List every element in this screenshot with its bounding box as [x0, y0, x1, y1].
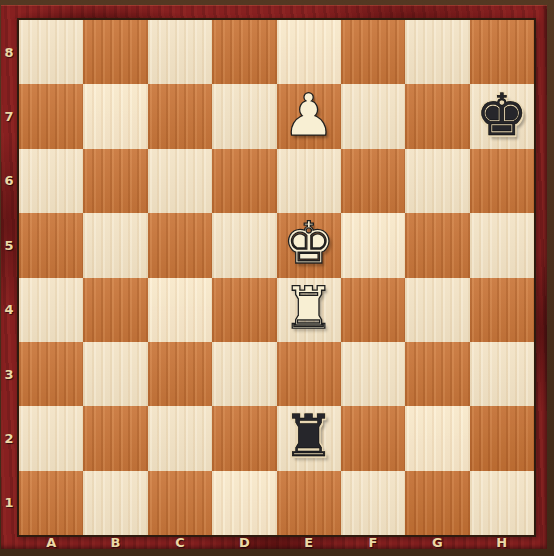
rank-label-7: 7: [1, 84, 17, 148]
square-e6[interactable]: [277, 149, 341, 213]
square-d4[interactable]: [212, 278, 276, 342]
square-d1[interactable]: [212, 471, 276, 535]
square-e8[interactable]: [277, 20, 341, 84]
rank-label-8: 8: [1, 20, 17, 84]
square-b8[interactable]: [83, 20, 147, 84]
file-label-f: F: [341, 537, 405, 549]
square-g2[interactable]: [405, 406, 469, 470]
square-g6[interactable]: [405, 149, 469, 213]
square-c5[interactable]: [148, 213, 212, 277]
black-rook[interactable]: ♜: [283, 407, 335, 465]
square-e3[interactable]: [277, 342, 341, 406]
square-f6[interactable]: [341, 149, 405, 213]
square-d5[interactable]: [212, 213, 276, 277]
square-c2[interactable]: [148, 406, 212, 470]
square-d8[interactable]: [212, 20, 276, 84]
rank-label-5: 5: [1, 213, 17, 277]
rank-label-4: 4: [1, 278, 17, 342]
square-d6[interactable]: [212, 149, 276, 213]
square-b4[interactable]: [83, 278, 147, 342]
square-h4[interactable]: [470, 278, 534, 342]
file-label-b: B: [83, 537, 147, 549]
square-g8[interactable]: [405, 20, 469, 84]
square-h7[interactable]: ♚: [470, 84, 534, 148]
square-c7[interactable]: [148, 84, 212, 148]
file-label-c: C: [148, 537, 212, 549]
white-king[interactable]: ♚: [283, 214, 335, 272]
square-e7[interactable]: ♟: [277, 84, 341, 148]
square-b2[interactable]: [83, 406, 147, 470]
square-a3[interactable]: [19, 342, 83, 406]
square-a5[interactable]: [19, 213, 83, 277]
square-g5[interactable]: [405, 213, 469, 277]
square-g1[interactable]: [405, 471, 469, 535]
square-f7[interactable]: [341, 84, 405, 148]
square-e2[interactable]: ♜: [277, 406, 341, 470]
file-label-h: H: [470, 537, 534, 549]
square-e4[interactable]: ♜: [277, 278, 341, 342]
square-c4[interactable]: [148, 278, 212, 342]
file-label-g: G: [405, 537, 469, 549]
square-f5[interactable]: [341, 213, 405, 277]
square-a8[interactable]: [19, 20, 83, 84]
square-f2[interactable]: [341, 406, 405, 470]
square-b1[interactable]: [83, 471, 147, 535]
black-king[interactable]: ♚: [476, 86, 528, 144]
square-b7[interactable]: [83, 84, 147, 148]
square-d7[interactable]: [212, 84, 276, 148]
square-b3[interactable]: [83, 342, 147, 406]
chess-board: ♟♚♚♜♜: [17, 18, 536, 537]
square-g4[interactable]: [405, 278, 469, 342]
square-b6[interactable]: [83, 149, 147, 213]
square-a4[interactable]: [19, 278, 83, 342]
file-label-d: D: [212, 537, 276, 549]
rank-label-6: 6: [1, 149, 17, 213]
square-c8[interactable]: [148, 20, 212, 84]
square-h5[interactable]: [470, 213, 534, 277]
white-rook[interactable]: ♜: [283, 279, 335, 337]
square-f4[interactable]: [341, 278, 405, 342]
rank-label-3: 3: [1, 342, 17, 406]
square-a1[interactable]: [19, 471, 83, 535]
square-h3[interactable]: [470, 342, 534, 406]
square-f1[interactable]: [341, 471, 405, 535]
white-pawn[interactable]: ♟: [283, 86, 335, 144]
square-f3[interactable]: [341, 342, 405, 406]
file-label-a: A: [19, 537, 83, 549]
square-c3[interactable]: [148, 342, 212, 406]
square-a2[interactable]: [19, 406, 83, 470]
rank-label-1: 1: [1, 471, 17, 535]
square-c1[interactable]: [148, 471, 212, 535]
square-e5[interactable]: ♚: [277, 213, 341, 277]
square-h1[interactable]: [470, 471, 534, 535]
chess-app: ♟♚♚♜♜ 87654321ABCDEFGH: [0, 0, 554, 556]
square-b5[interactable]: [83, 213, 147, 277]
square-f8[interactable]: [341, 20, 405, 84]
square-c6[interactable]: [148, 149, 212, 213]
square-a6[interactable]: [19, 149, 83, 213]
rank-label-2: 2: [1, 406, 17, 470]
file-label-e: E: [277, 537, 341, 549]
square-g3[interactable]: [405, 342, 469, 406]
square-d3[interactable]: [212, 342, 276, 406]
square-h6[interactable]: [470, 149, 534, 213]
square-a7[interactable]: [19, 84, 83, 148]
square-h2[interactable]: [470, 406, 534, 470]
square-h8[interactable]: [470, 20, 534, 84]
square-e1[interactable]: [277, 471, 341, 535]
square-d2[interactable]: [212, 406, 276, 470]
square-g7[interactable]: [405, 84, 469, 148]
